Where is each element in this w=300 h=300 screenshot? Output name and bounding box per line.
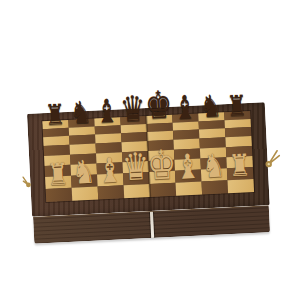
product-photo: ♜♞♝♛♚♝♞♜♜♞♝♛♚♝♞♜ — [0, 0, 300, 300]
piece-black-king: ♚ — [144, 87, 173, 126]
chess-box: ♜♞♝♛♚♝♞♜♜♞♝♛♚♝♞♜ — [27, 102, 271, 242]
pieces-layer: ♜♞♝♛♚♝♞♜♜♞♝♛♚♝♞♜ — [42, 111, 254, 202]
piece-black-queen: ♛ — [119, 90, 146, 126]
piece-white-knight: ♞ — [72, 156, 97, 189]
board-top-surface: ♜♞♝♛♚♝♞♜♜♞♝♛♚♝♞♜ — [27, 102, 270, 217]
piece-black-knight: ♞ — [69, 98, 92, 129]
piece-white-king: ♚ — [146, 144, 177, 185]
piece-white-bishop: ♝ — [175, 149, 201, 184]
piece-black-knight: ♞ — [199, 91, 222, 122]
piece-black-bishop: ♝ — [173, 91, 197, 124]
piece-white-rook: ♜ — [47, 159, 70, 190]
piece-white-knight: ♞ — [201, 149, 226, 182]
fold-seam-front — [149, 212, 153, 238]
piece-white-bishop: ♝ — [97, 153, 123, 188]
brass-hook-clasp-left-icon — [22, 174, 33, 193]
brass-hook-clasp-right-icon — [264, 148, 281, 175]
piece-black-bishop: ♝ — [95, 95, 119, 128]
piece-black-rook: ♜ — [44, 101, 66, 130]
piece-black-rook: ♜ — [226, 92, 248, 121]
piece-white-rook: ♜ — [228, 150, 251, 181]
